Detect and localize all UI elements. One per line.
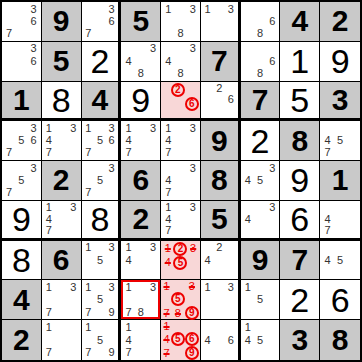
candidates: 13579 — [83, 281, 118, 318]
candidate-5: 5 — [94, 334, 106, 347]
candidate-3: 3 — [106, 162, 118, 174]
candidate-5: 5 — [94, 174, 106, 186]
solved-digit: 8 — [2, 241, 41, 280]
candidate-5: 5 — [15, 135, 27, 147]
candidate-8: 8 — [135, 306, 147, 318]
cell-r3c3[interactable]: 4 — [82, 82, 122, 122]
candidate-5: 5 — [334, 135, 347, 147]
given-digit: 3 — [320, 82, 360, 119]
candidate-4: 4 — [162, 332, 171, 346]
candidate-7: 7 — [162, 187, 174, 199]
candidates: 1347 — [162, 202, 199, 237]
candidates: 348 — [162, 43, 199, 80]
cell-r7c7[interactable]: 9 — [241, 241, 281, 281]
cell-r3c9[interactable]: 3 — [320, 82, 360, 122]
candidate-1: 1 — [43, 122, 55, 134]
candidate-6: 6 — [106, 15, 118, 27]
candidate-4: 4 — [162, 55, 174, 67]
cell-r3c2[interactable]: 8 — [42, 82, 82, 122]
candidate-6: 6 — [185, 97, 199, 111]
candidates: 145679 — [162, 321, 199, 359]
cell-r2c8[interactable]: 1 — [280, 42, 320, 82]
cell-r1c3[interactable]: 367 — [82, 2, 122, 42]
candidates: 134 — [122, 242, 159, 279]
candidate-1: 1 — [162, 122, 174, 134]
cell-r1c6[interactable]: 13 — [201, 2, 241, 42]
given-digit: 2 — [42, 161, 81, 200]
candidate-1: 1 — [242, 281, 254, 293]
given-digit: 7 — [241, 82, 280, 119]
candidates: 348 — [122, 43, 159, 80]
candidate-3: 3 — [28, 43, 40, 55]
candidate-4: 4 — [43, 213, 55, 225]
candidates: 26 — [202, 83, 237, 118]
candidates: 135789 — [162, 281, 199, 318]
given-digit: 9 — [201, 121, 238, 160]
candidates: 68 — [242, 3, 279, 40]
cell-r4c9[interactable]: 457 — [320, 121, 360, 161]
cell-r9c1[interactable]: 2 — [2, 320, 42, 360]
given-digit: 8 — [320, 320, 360, 360]
cell-r6c9[interactable]: 47 — [320, 201, 360, 241]
candidate-9: 9 — [106, 306, 118, 318]
candidate-4: 4 — [202, 334, 214, 347]
candidate-1: 1 — [43, 321, 55, 334]
candidate-3: 3 — [28, 3, 40, 15]
cell-r6c8[interactable]: 6 — [280, 201, 320, 241]
cell-r7c5[interactable]: 12345 — [161, 241, 201, 281]
candidate-5: 5 — [334, 254, 347, 266]
cell-r4c5[interactable]: 1347 — [161, 121, 201, 161]
candidate-4: 4 — [122, 254, 134, 266]
candidate-3: 3 — [266, 162, 278, 174]
candidate-7: 7 — [83, 147, 95, 159]
candidate-7: 7 — [43, 147, 55, 159]
cell-r6c1[interactable]: 9 — [2, 201, 42, 241]
candidates: 24 — [202, 242, 237, 279]
candidates: 147 — [122, 321, 159, 359]
candidate-7: 7 — [321, 147, 334, 159]
candidate-5: 5 — [94, 254, 106, 266]
cell-r7c8[interactable]: 7 — [280, 241, 320, 281]
cell-r2c1[interactable]: 36 — [2, 42, 42, 82]
candidate-1: 1 — [202, 281, 214, 293]
candidates: 357 — [83, 162, 118, 199]
given-digit: 7 — [280, 241, 319, 280]
candidate-3: 3 — [147, 43, 159, 55]
candidate-7: 7 — [162, 346, 171, 360]
cell-r4c4[interactable]: 1347 — [121, 121, 161, 161]
solved-digit: 6 — [280, 201, 319, 238]
candidate-1: 1 — [83, 281, 95, 293]
candidate-8: 8 — [254, 67, 266, 79]
candidate-7: 7 — [162, 306, 171, 320]
candidate-7: 7 — [43, 346, 55, 359]
cell-r6c4[interactable]: 2 — [121, 201, 161, 241]
candidate-4: 4 — [162, 256, 173, 270]
cell-r5c2[interactable]: 2 — [42, 161, 82, 201]
candidate-3: 3 — [28, 122, 40, 134]
cell-r2c9[interactable]: 9 — [320, 42, 360, 82]
solved-digit: 2 — [241, 121, 280, 160]
cell-r9c6[interactable]: 46 — [201, 320, 241, 360]
candidates: 47 — [321, 202, 359, 237]
candidate-9: 9 — [185, 306, 199, 320]
candidate-3: 3 — [106, 3, 118, 15]
candidate-9: 9 — [185, 346, 199, 360]
candidates: 34 — [242, 202, 279, 237]
candidate-1: 1 — [162, 202, 174, 214]
candidate-6: 6 — [28, 135, 40, 147]
cell-r7c4[interactable]: 134 — [121, 241, 161, 281]
candidate-4: 4 — [43, 135, 55, 147]
given-digit: 4 — [82, 82, 119, 119]
solved-digit: 8 — [82, 201, 119, 238]
candidate-1: 1 — [162, 281, 171, 292]
solved-digit: 2 — [82, 42, 119, 81]
candidate-4: 4 — [321, 254, 334, 266]
candidates: 1347 — [43, 202, 80, 237]
candidate-3: 3 — [187, 122, 199, 134]
candidate-3: 3 — [147, 242, 159, 254]
cell-r3c5[interactable]: 26 — [161, 82, 201, 122]
candidates: 145 — [242, 321, 279, 359]
candidate-6: 6 — [106, 135, 118, 147]
candidate-3: 3 — [187, 3, 199, 15]
candidate-1: 1 — [122, 281, 134, 293]
candidate-3: 3 — [106, 242, 118, 254]
given-digit: 4 — [280, 2, 319, 41]
candidates: 1347 — [162, 122, 199, 159]
cell-r1c5[interactable]: 138 — [161, 2, 201, 42]
candidates: 1378 — [122, 281, 159, 318]
cell-r5c9[interactable]: 1 — [320, 161, 360, 201]
candidate-7: 7 — [43, 225, 55, 237]
cell-r4c6[interactable]: 9 — [201, 121, 241, 161]
candidate-3: 3 — [187, 202, 199, 214]
candidates: 13567 — [83, 122, 118, 159]
candidates: 1347 — [122, 122, 159, 159]
candidate-4: 4 — [122, 135, 134, 147]
cell-r9c2[interactable]: 17 — [42, 320, 82, 360]
cell-r5c1[interactable]: 357 — [2, 161, 42, 201]
candidate-2: 2 — [213, 83, 225, 95]
candidate-1: 1 — [83, 122, 95, 134]
candidates: 457 — [321, 122, 359, 159]
given-digit: 8 — [201, 161, 238, 200]
cell-r2c3[interactable]: 2 — [82, 42, 122, 82]
candidates: 367 — [83, 3, 118, 40]
candidates: 1579 — [83, 321, 118, 359]
candidate-6: 6 — [185, 332, 199, 346]
cell-r8c3[interactable]: 13579 — [82, 280, 122, 320]
cell-r4c2[interactable]: 1347 — [42, 121, 82, 161]
candidates: 1347 — [43, 122, 80, 159]
cell-r2c2[interactable]: 5 — [42, 42, 82, 82]
candidate-5: 5 — [254, 334, 266, 347]
candidates: 17 — [43, 321, 80, 359]
candidate-7: 7 — [3, 28, 15, 40]
candidate-3: 3 — [187, 242, 198, 256]
cell-r6c5[interactable]: 1347 — [161, 201, 201, 241]
candidate-6: 6 — [225, 94, 237, 106]
candidate-8: 8 — [174, 28, 186, 40]
solved-digit: 5 — [280, 82, 319, 119]
candidate-3: 3 — [106, 122, 118, 134]
candidate-7: 7 — [3, 147, 15, 159]
cell-r1c9[interactable]: 2 — [320, 2, 360, 42]
cell-r8c2[interactable]: 137 — [42, 280, 82, 320]
given-digit: 1 — [2, 82, 41, 119]
cell-r4c1[interactable]: 3567 — [2, 121, 42, 161]
candidate-8: 8 — [254, 28, 266, 40]
given-digit: 5 — [201, 201, 238, 238]
candidates: 3567 — [3, 122, 40, 159]
candidate-5: 5 — [94, 135, 106, 147]
cell-r8c6[interactable]: 13 — [201, 280, 241, 320]
candidate-6: 6 — [28, 55, 40, 67]
candidates: 46 — [202, 321, 237, 359]
cell-r1c1[interactable]: 367 — [2, 2, 42, 42]
cell-r3c1[interactable]: 1 — [2, 82, 42, 122]
solved-digit: 8 — [42, 82, 81, 119]
solved-digit: 9 — [121, 82, 160, 119]
cell-r5c3[interactable]: 357 — [82, 161, 122, 201]
given-digit: 5 — [42, 42, 81, 81]
candidate-8: 8 — [135, 67, 147, 79]
candidate-7: 7 — [162, 225, 174, 237]
candidate-4: 4 — [242, 213, 254, 225]
given-digit: 2 — [121, 201, 160, 238]
candidates: 367 — [3, 3, 40, 40]
candidate-3: 3 — [67, 202, 79, 214]
candidate-5: 5 — [94, 294, 106, 306]
candidate-3: 3 — [67, 281, 79, 293]
solved-digit: 2 — [280, 280, 319, 319]
candidate-1: 1 — [202, 3, 214, 15]
given-digit: 9 — [42, 2, 81, 41]
candidate-6: 6 — [28, 15, 40, 27]
candidate-1: 1 — [162, 242, 173, 256]
candidate-3: 3 — [225, 281, 237, 293]
candidate-4: 4 — [162, 174, 174, 186]
candidate-7: 7 — [122, 306, 134, 318]
given-digit: 2 — [2, 320, 41, 360]
candidates: 135 — [83, 242, 118, 279]
cell-r7c3[interactable]: 135 — [82, 241, 122, 281]
candidate-3: 3 — [147, 281, 159, 293]
candidate-1: 1 — [122, 321, 134, 334]
cell-r7c1[interactable]: 8 — [2, 241, 42, 281]
candidates: 26 — [162, 83, 199, 118]
cell-r7c2[interactable]: 6 — [42, 241, 82, 281]
cell-r3c8[interactable]: 5 — [280, 82, 320, 122]
candidate-3: 3 — [187, 162, 199, 174]
candidate-4: 4 — [122, 55, 134, 67]
candidate-1: 1 — [83, 321, 95, 334]
candidates: 13 — [202, 281, 237, 318]
cell-r1c7[interactable]: 68 — [241, 2, 281, 42]
cell-r9c8[interactable]: 3 — [280, 320, 320, 360]
cell-r4c8[interactable]: 8 — [280, 121, 320, 161]
cell-r3c7[interactable]: 7 — [241, 82, 281, 122]
candidate-4: 4 — [321, 135, 334, 147]
candidate-7: 7 — [162, 147, 174, 159]
candidate-3: 3 — [187, 43, 199, 55]
cell-r2c5[interactable]: 348 — [161, 42, 201, 82]
cell-r6c6[interactable]: 5 — [201, 201, 241, 241]
candidates: 138 — [162, 3, 199, 40]
candidate-1: 1 — [43, 281, 55, 293]
candidate-1: 1 — [162, 3, 174, 15]
cell-r7c6[interactable]: 24 — [201, 241, 241, 281]
given-digit: 6 — [42, 241, 81, 280]
cell-r9c9[interactable]: 8 — [320, 320, 360, 360]
candidate-4: 4 — [242, 334, 254, 347]
candidate-5: 5 — [173, 256, 187, 270]
candidate-2: 2 — [173, 242, 187, 256]
candidates: 36 — [3, 43, 40, 80]
candidate-2: 2 — [213, 242, 225, 254]
cell-r8c7[interactable]: 15 — [241, 280, 281, 320]
candidate-4: 4 — [162, 135, 174, 147]
cell-r2c6[interactable]: 7 — [201, 42, 241, 82]
cell-r5c4[interactable]: 6 — [121, 161, 161, 201]
candidate-5: 5 — [254, 174, 266, 186]
candidate-6: 6 — [225, 334, 237, 347]
cell-r5c8[interactable]: 9 — [280, 161, 320, 201]
cell-r2c7[interactable]: 68 — [241, 42, 281, 82]
candidate-8: 8 — [174, 67, 186, 79]
cell-r7c9[interactable]: 45 — [320, 241, 360, 281]
sudoku-board: 3679367513813684236523483487681918492626… — [0, 0, 362, 362]
candidates: 68 — [242, 43, 279, 80]
candidate-4: 4 — [122, 334, 134, 347]
cell-r4c3[interactable]: 13567 — [82, 121, 122, 161]
candidate-5: 5 — [171, 332, 185, 346]
cell-r6c2[interactable]: 1347 — [42, 201, 82, 241]
solved-digit: 1 — [280, 42, 319, 81]
cell-r5c6[interactable]: 8 — [201, 161, 241, 201]
candidates: 345 — [242, 162, 279, 199]
candidate-1: 1 — [162, 321, 171, 332]
given-digit: 7 — [201, 42, 238, 81]
given-digit: 9 — [241, 241, 280, 280]
candidate-3: 3 — [67, 122, 79, 134]
cell-r5c5[interactable]: 347 — [161, 161, 201, 201]
candidate-3: 3 — [266, 202, 278, 214]
candidates: 15 — [242, 281, 279, 318]
candidate-4: 4 — [162, 213, 174, 225]
candidate-9: 9 — [106, 346, 118, 359]
cell-r1c4[interactable]: 5 — [121, 2, 161, 42]
candidates: 347 — [162, 162, 199, 199]
candidate-7: 7 — [83, 28, 95, 40]
given-digit: 1 — [320, 161, 360, 200]
candidate-1: 1 — [83, 242, 95, 254]
candidate-3: 3 — [225, 3, 237, 15]
candidate-5: 5 — [254, 294, 266, 306]
candidate-1: 1 — [122, 242, 134, 254]
candidate-7: 7 — [83, 306, 95, 318]
candidates: 137 — [43, 281, 80, 318]
given-digit: 4 — [2, 280, 41, 319]
candidate-7: 7 — [122, 147, 134, 159]
solved-digit: 9 — [320, 42, 360, 81]
given-digit: 2 — [320, 2, 360, 41]
candidate-3: 3 — [147, 122, 159, 134]
candidate-4: 4 — [242, 174, 254, 186]
candidate-2: 2 — [171, 83, 185, 97]
cell-r2c4[interactable]: 348 — [121, 42, 161, 82]
candidates: 13 — [202, 3, 237, 40]
candidate-8: 8 — [171, 306, 185, 320]
cell-r5c7[interactable]: 345 — [241, 161, 281, 201]
solved-digit: 9 — [280, 161, 319, 200]
cell-r9c7[interactable]: 145 — [241, 320, 281, 360]
candidate-1: 1 — [242, 321, 254, 334]
candidate-6: 6 — [266, 15, 278, 27]
candidate-7: 7 — [83, 187, 95, 199]
cell-r4c7[interactable]: 2 — [241, 121, 281, 161]
candidate-7: 7 — [43, 306, 55, 318]
candidates: 357 — [3, 162, 40, 199]
candidate-3: 3 — [185, 281, 199, 292]
candidate-4: 4 — [202, 254, 214, 266]
candidate-1: 1 — [43, 202, 55, 214]
cell-r1c8[interactable]: 4 — [280, 2, 320, 42]
cell-r6c3[interactable]: 8 — [82, 201, 122, 241]
candidates: 12345 — [162, 242, 199, 279]
cell-r3c6[interactable]: 26 — [201, 82, 241, 122]
candidate-4: 4 — [321, 213, 334, 225]
given-digit: 3 — [280, 320, 319, 360]
candidates: 45 — [321, 242, 359, 279]
cell-r8c8[interactable]: 2 — [280, 280, 320, 320]
cell-r9c4[interactable]: 147 — [121, 320, 161, 360]
candidate-5: 5 — [15, 174, 27, 186]
candidate-7: 7 — [321, 225, 334, 237]
candidate-3: 3 — [28, 162, 40, 174]
cell-r1c2[interactable]: 9 — [42, 2, 82, 42]
candidate-1: 1 — [122, 122, 134, 134]
cell-r8c1[interactable]: 4 — [2, 280, 42, 320]
solved-digit: 9 — [2, 201, 41, 238]
candidate-3: 3 — [106, 281, 118, 293]
candidate-7: 7 — [3, 187, 15, 199]
cell-r9c3[interactable]: 1579 — [82, 320, 122, 360]
given-digit: 5 — [121, 2, 160, 41]
cell-r3c4[interactable]: 9 — [121, 82, 161, 122]
solved-digit: 6 — [320, 280, 360, 319]
given-digit: 8 — [280, 121, 319, 160]
candidate-5: 5 — [171, 292, 185, 306]
candidate-7: 7 — [122, 346, 134, 359]
candidate-6: 6 — [266, 55, 278, 67]
cell-r8c4[interactable]: 1378 — [121, 280, 161, 320]
cell-r9c5[interactable]: 145679 — [161, 320, 201, 360]
given-digit: 6 — [121, 161, 160, 200]
cell-r6c7[interactable]: 34 — [241, 201, 281, 241]
cell-r8c5[interactable]: 135789 — [161, 280, 201, 320]
candidate-7: 7 — [83, 346, 95, 359]
cell-r8c9[interactable]: 6 — [320, 280, 360, 320]
